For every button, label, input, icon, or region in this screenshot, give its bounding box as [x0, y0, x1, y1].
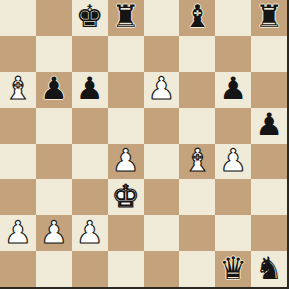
white-pawn-piece[interactable]: ♟ — [219, 145, 247, 176]
white-bishop-piece[interactable]: ♝ — [4, 73, 32, 104]
square-h6[interactable] — [251, 72, 287, 108]
white-pawn-piece[interactable]: ♟ — [4, 217, 32, 248]
square-e3[interactable] — [144, 179, 180, 215]
square-c8[interactable]: ♚ — [72, 0, 108, 36]
square-f7[interactable] — [179, 36, 215, 72]
square-c1[interactable] — [72, 251, 108, 287]
square-h4[interactable] — [251, 144, 287, 180]
square-b6[interactable]: ♟ — [36, 72, 72, 108]
square-b8[interactable] — [36, 0, 72, 36]
white-pawn-piece[interactable]: ♟ — [112, 145, 140, 176]
square-e5[interactable] — [144, 108, 180, 144]
black-pawn-piece[interactable]: ♟ — [76, 73, 104, 104]
white-pawn-piece[interactable]: ♟ — [76, 217, 104, 248]
square-b3[interactable] — [36, 179, 72, 215]
square-b2[interactable]: ♟ — [36, 215, 72, 251]
square-e6[interactable]: ♟ — [144, 72, 180, 108]
square-d8[interactable]: ♜ — [108, 0, 144, 36]
square-b7[interactable] — [36, 36, 72, 72]
black-king-piece[interactable]: ♚ — [76, 1, 104, 32]
square-a8[interactable] — [0, 0, 36, 36]
square-a2[interactable]: ♟ — [0, 215, 36, 251]
square-c6[interactable]: ♟ — [72, 72, 108, 108]
square-h2[interactable] — [251, 215, 287, 251]
square-f5[interactable] — [179, 108, 215, 144]
square-a1[interactable] — [0, 251, 36, 287]
black-pawn-piece[interactable]: ♟ — [219, 73, 247, 104]
square-g4[interactable]: ♟ — [215, 144, 251, 180]
square-b5[interactable] — [36, 108, 72, 144]
square-f8[interactable]: ♝ — [179, 0, 215, 36]
square-f1[interactable] — [179, 251, 215, 287]
square-f2[interactable] — [179, 215, 215, 251]
square-h8[interactable]: ♜ — [251, 0, 287, 36]
square-a3[interactable] — [0, 179, 36, 215]
square-h3[interactable] — [251, 179, 287, 215]
square-h7[interactable] — [251, 36, 287, 72]
square-c3[interactable] — [72, 179, 108, 215]
square-c4[interactable] — [72, 144, 108, 180]
square-g1[interactable]: ♛ — [215, 251, 251, 287]
square-h5[interactable]: ♟ — [251, 108, 287, 144]
square-e2[interactable] — [144, 215, 180, 251]
square-f3[interactable] — [179, 179, 215, 215]
square-g5[interactable] — [215, 108, 251, 144]
black-knight-piece[interactable]: ♞ — [255, 253, 283, 284]
square-d5[interactable] — [108, 108, 144, 144]
black-pawn-piece[interactable]: ♟ — [40, 73, 68, 104]
square-e7[interactable] — [144, 36, 180, 72]
square-d1[interactable] — [108, 251, 144, 287]
black-bishop-piece[interactable]: ♝ — [183, 1, 211, 32]
black-pawn-piece[interactable]: ♟ — [255, 109, 283, 140]
square-e4[interactable] — [144, 144, 180, 180]
square-c5[interactable] — [72, 108, 108, 144]
square-d2[interactable] — [108, 215, 144, 251]
square-b4[interactable] — [36, 144, 72, 180]
square-g8[interactable] — [215, 0, 251, 36]
white-king-piece[interactable]: ♚ — [112, 181, 140, 212]
black-rook-piece[interactable]: ♜ — [255, 1, 283, 32]
square-e1[interactable] — [144, 251, 180, 287]
square-f4[interactable]: ♝ — [179, 144, 215, 180]
square-a6[interactable]: ♝ — [0, 72, 36, 108]
square-g6[interactable]: ♟ — [215, 72, 251, 108]
black-rook-piece[interactable]: ♜ — [112, 1, 140, 32]
square-c2[interactable]: ♟ — [72, 215, 108, 251]
square-a5[interactable] — [0, 108, 36, 144]
square-f6[interactable] — [179, 72, 215, 108]
square-d6[interactable] — [108, 72, 144, 108]
square-b1[interactable] — [36, 251, 72, 287]
square-g2[interactable] — [215, 215, 251, 251]
square-h1[interactable]: ♞ — [251, 251, 287, 287]
square-g3[interactable] — [215, 179, 251, 215]
square-d7[interactable] — [108, 36, 144, 72]
black-queen-piece[interactable]: ♛ — [219, 253, 247, 284]
white-pawn-piece[interactable]: ♟ — [148, 73, 176, 104]
square-e8[interactable] — [144, 0, 180, 36]
square-a4[interactable] — [0, 144, 36, 180]
chess-board: ♚♜♝♜♝♟♟♟♟♟♟♝♟♚♟♟♟♛♞ — [0, 0, 287, 287]
square-d4[interactable]: ♟ — [108, 144, 144, 180]
square-d3[interactable]: ♚ — [108, 179, 144, 215]
board-frame: ♚♜♝♜♝♟♟♟♟♟♟♝♟♚♟♟♟♛♞ — [0, 0, 289, 289]
square-g7[interactable] — [215, 36, 251, 72]
square-c7[interactable] — [72, 36, 108, 72]
white-bishop-piece[interactable]: ♝ — [183, 145, 211, 176]
square-a7[interactable] — [0, 36, 36, 72]
white-pawn-piece[interactable]: ♟ — [40, 217, 68, 248]
